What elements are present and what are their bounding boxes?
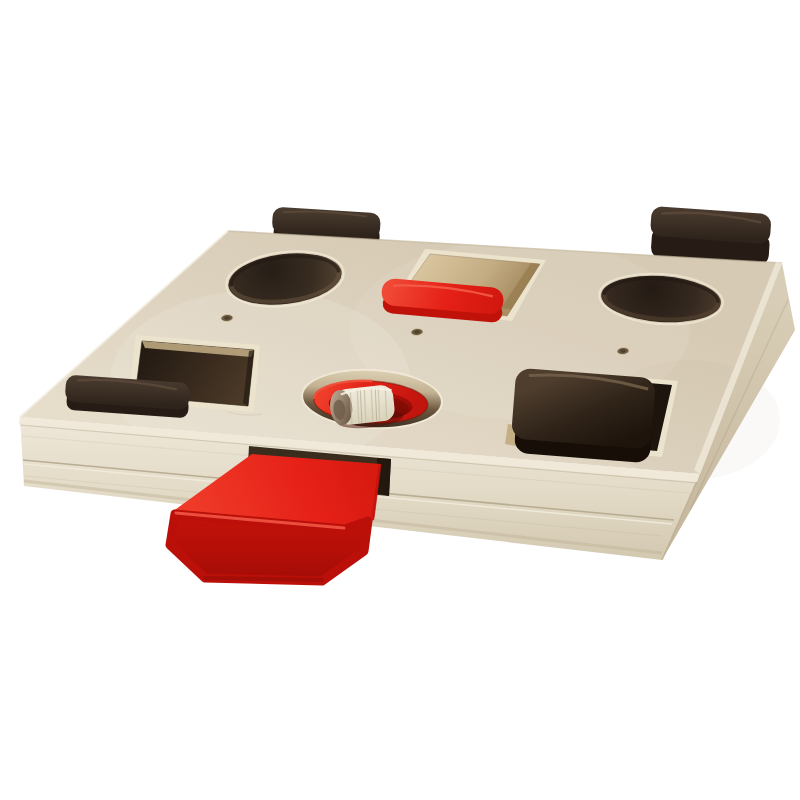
- drawer-cap-bottom-shade: [205, 578, 322, 580]
- right-knob-top: [511, 368, 656, 450]
- right-slider-knob[interactable]: [510, 368, 656, 464]
- product-photo-canvas: [0, 0, 800, 800]
- drawer-end-cap: [170, 514, 368, 581]
- right-compartment: [505, 368, 678, 464]
